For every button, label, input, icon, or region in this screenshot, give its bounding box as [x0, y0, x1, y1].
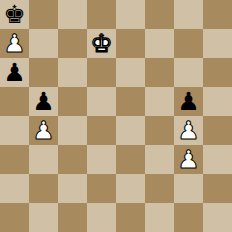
- square-a3[interactable]: [0, 145, 29, 174]
- square-g1[interactable]: [174, 203, 203, 232]
- square-h8[interactable]: [203, 0, 232, 29]
- square-b2[interactable]: [29, 174, 58, 203]
- square-f3[interactable]: [145, 145, 174, 174]
- square-f5[interactable]: [145, 87, 174, 116]
- black-pawn[interactable]: ♟: [3, 58, 25, 87]
- square-h7[interactable]: [203, 29, 232, 58]
- square-f6[interactable]: [145, 58, 174, 87]
- square-c1[interactable]: [58, 203, 87, 232]
- square-b1[interactable]: [29, 203, 58, 232]
- square-f2[interactable]: [145, 174, 174, 203]
- square-d1[interactable]: [87, 203, 116, 232]
- square-g4[interactable]: ♟: [174, 116, 203, 145]
- square-f8[interactable]: [145, 0, 174, 29]
- square-h6[interactable]: [203, 58, 232, 87]
- square-e7[interactable]: [116, 29, 145, 58]
- square-f4[interactable]: [145, 116, 174, 145]
- black-pawn[interactable]: ♟: [177, 87, 199, 116]
- square-b3[interactable]: [29, 145, 58, 174]
- square-d5[interactable]: [87, 87, 116, 116]
- square-c7[interactable]: [58, 29, 87, 58]
- square-c8[interactable]: [58, 0, 87, 29]
- square-a2[interactable]: [0, 174, 29, 203]
- square-e3[interactable]: [116, 145, 145, 174]
- square-b6[interactable]: [29, 58, 58, 87]
- square-c4[interactable]: [58, 116, 87, 145]
- square-g7[interactable]: [174, 29, 203, 58]
- white-king[interactable]: ♚: [90, 29, 112, 58]
- black-pawn[interactable]: ♟: [32, 87, 54, 116]
- square-e6[interactable]: [116, 58, 145, 87]
- square-c6[interactable]: [58, 58, 87, 87]
- white-pawn[interactable]: ♟: [177, 145, 199, 174]
- square-a6[interactable]: ♟: [0, 58, 29, 87]
- square-e8[interactable]: [116, 0, 145, 29]
- square-f7[interactable]: [145, 29, 174, 58]
- square-a5[interactable]: [0, 87, 29, 116]
- square-b8[interactable]: [29, 0, 58, 29]
- square-d3[interactable]: [87, 145, 116, 174]
- square-a8[interactable]: ♚: [0, 0, 29, 29]
- square-d7[interactable]: ♚: [87, 29, 116, 58]
- square-e4[interactable]: [116, 116, 145, 145]
- square-a1[interactable]: [0, 203, 29, 232]
- square-a4[interactable]: [0, 116, 29, 145]
- square-h2[interactable]: [203, 174, 232, 203]
- square-h1[interactable]: [203, 203, 232, 232]
- square-e1[interactable]: [116, 203, 145, 232]
- black-king[interactable]: ♚: [3, 0, 25, 29]
- square-d6[interactable]: [87, 58, 116, 87]
- square-b4[interactable]: ♟: [29, 116, 58, 145]
- white-pawn[interactable]: ♟: [177, 116, 199, 145]
- square-b7[interactable]: [29, 29, 58, 58]
- square-g8[interactable]: [174, 0, 203, 29]
- square-c3[interactable]: [58, 145, 87, 174]
- square-g2[interactable]: [174, 174, 203, 203]
- square-g5[interactable]: ♟: [174, 87, 203, 116]
- white-pawn[interactable]: ♟: [32, 116, 54, 145]
- square-d2[interactable]: [87, 174, 116, 203]
- square-g6[interactable]: [174, 58, 203, 87]
- square-h3[interactable]: [203, 145, 232, 174]
- square-h5[interactable]: [203, 87, 232, 116]
- square-e5[interactable]: [116, 87, 145, 116]
- square-c5[interactable]: [58, 87, 87, 116]
- square-h4[interactable]: [203, 116, 232, 145]
- square-d4[interactable]: [87, 116, 116, 145]
- white-pawn[interactable]: ♟: [3, 29, 25, 58]
- square-e2[interactable]: [116, 174, 145, 203]
- square-f1[interactable]: [145, 203, 174, 232]
- square-g3[interactable]: ♟: [174, 145, 203, 174]
- square-a7[interactable]: ♟: [0, 29, 29, 58]
- chess-board: ♚♟♚♟♟♟♟♟♟: [0, 0, 232, 232]
- square-d8[interactable]: [87, 0, 116, 29]
- square-c2[interactable]: [58, 174, 87, 203]
- square-b5[interactable]: ♟: [29, 87, 58, 116]
